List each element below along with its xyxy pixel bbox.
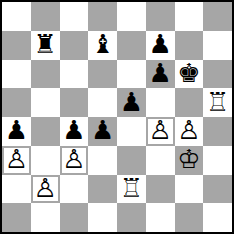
board-square-f5[interactable] [146, 88, 175, 117]
chess-board: ♜♝♟♟♚♟♖♟♟♟♙♙♙♙♔♙♖ [2, 2, 232, 232]
board-square-d4[interactable]: ♟ [88, 117, 117, 146]
board-square-g2[interactable] [175, 175, 204, 204]
board-square-c8[interactable] [60, 2, 89, 31]
board-square-h6[interactable] [203, 60, 232, 89]
board-square-e1[interactable] [117, 203, 146, 232]
board-square-a2[interactable] [2, 175, 31, 204]
board-square-d3[interactable] [88, 146, 117, 175]
board-square-b1[interactable] [31, 203, 60, 232]
board-square-d8[interactable] [88, 2, 117, 31]
board-square-f1[interactable] [146, 203, 175, 232]
board-square-h1[interactable] [203, 203, 232, 232]
board-square-g8[interactable] [175, 2, 204, 31]
board-square-c7[interactable] [60, 31, 89, 60]
board-square-e4[interactable] [117, 117, 146, 146]
white-rook-icon: ♖ [206, 88, 229, 115]
board-square-f6[interactable]: ♟ [146, 60, 175, 89]
board-square-g5[interactable] [175, 88, 204, 117]
board-square-b7[interactable]: ♜ [31, 31, 60, 60]
white-pawn-icon: ♙ [5, 146, 28, 173]
board-square-c4[interactable]: ♟ [60, 117, 89, 146]
black-pawn-icon: ♟ [120, 88, 143, 115]
board-square-h7[interactable] [203, 31, 232, 60]
board-square-d7[interactable]: ♝ [88, 31, 117, 60]
white-pawn-icon: ♙ [177, 117, 200, 144]
board-square-g3[interactable]: ♔ [175, 146, 204, 175]
board-square-b8[interactable] [31, 2, 60, 31]
white-pawn-icon: ♙ [33, 175, 56, 202]
board-square-b6[interactable] [31, 60, 60, 89]
board-square-a8[interactable] [2, 2, 31, 31]
board-square-h3[interactable] [203, 146, 232, 175]
black-pawn-icon: ♟ [148, 31, 171, 58]
board-square-f4[interactable]: ♙ [146, 117, 175, 146]
black-pawn-icon: ♟ [62, 117, 85, 144]
board-square-b5[interactable] [31, 88, 60, 117]
board-square-c3[interactable]: ♙ [60, 146, 89, 175]
board-square-a7[interactable] [2, 31, 31, 60]
board-square-f3[interactable] [146, 146, 175, 175]
board-square-e7[interactable] [117, 31, 146, 60]
black-bishop-icon: ♝ [91, 31, 114, 58]
board-square-e2[interactable]: ♖ [117, 175, 146, 204]
white-king-icon: ♔ [177, 146, 200, 173]
board-square-e6[interactable] [117, 60, 146, 89]
white-rook-icon: ♖ [120, 175, 143, 202]
board-square-e3[interactable] [117, 146, 146, 175]
board-square-c1[interactable] [60, 203, 89, 232]
board-square-h4[interactable] [203, 117, 232, 146]
board-square-a1[interactable] [2, 203, 31, 232]
board-square-a4[interactable]: ♟ [2, 117, 31, 146]
board-square-c6[interactable] [60, 60, 89, 89]
black-king-icon: ♚ [177, 60, 200, 87]
board-square-f8[interactable] [146, 2, 175, 31]
board-square-g4[interactable]: ♙ [175, 117, 204, 146]
board-square-d2[interactable] [88, 175, 117, 204]
board-square-g1[interactable] [175, 203, 204, 232]
board-square-d6[interactable] [88, 60, 117, 89]
board-square-a3[interactable]: ♙ [2, 146, 31, 175]
board-square-a6[interactable] [2, 60, 31, 89]
white-pawn-icon: ♙ [62, 146, 85, 173]
board-square-b3[interactable] [31, 146, 60, 175]
board-square-h8[interactable] [203, 2, 232, 31]
black-pawn-icon: ♟ [5, 117, 28, 144]
board-square-c5[interactable] [60, 88, 89, 117]
black-pawn-icon: ♟ [148, 60, 171, 87]
board-square-f2[interactable] [146, 175, 175, 204]
board-square-f7[interactable]: ♟ [146, 31, 175, 60]
board-square-d5[interactable] [88, 88, 117, 117]
white-pawn-icon: ♙ [148, 117, 171, 144]
board-square-g7[interactable] [175, 31, 204, 60]
chess-board-frame: ♜♝♟♟♚♟♖♟♟♟♙♙♙♙♔♙♖ [0, 0, 234, 234]
board-square-b4[interactable] [31, 117, 60, 146]
board-square-a5[interactable] [2, 88, 31, 117]
board-square-d1[interactable] [88, 203, 117, 232]
black-pawn-icon: ♟ [91, 117, 114, 144]
board-square-c2[interactable] [60, 175, 89, 204]
board-square-e5[interactable]: ♟ [117, 88, 146, 117]
board-square-b2[interactable]: ♙ [31, 175, 60, 204]
board-square-h5[interactable]: ♖ [203, 88, 232, 117]
black-rook-icon: ♜ [33, 31, 56, 58]
board-square-e8[interactable] [117, 2, 146, 31]
board-square-h2[interactable] [203, 175, 232, 204]
board-square-g6[interactable]: ♚ [175, 60, 204, 89]
